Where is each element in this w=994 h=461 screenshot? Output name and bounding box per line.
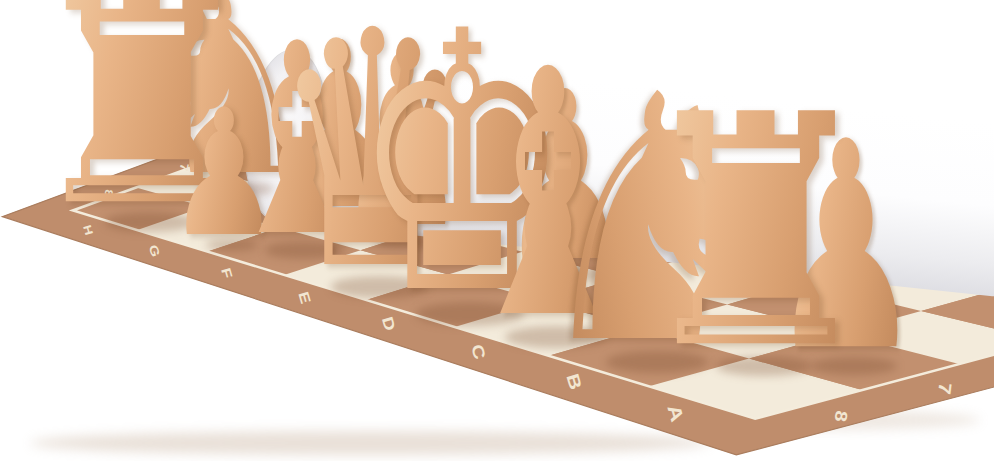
piece-rook-a8: ♜ [630, 73, 882, 392]
piece-layer: ♞♟♟♟♟♜♟♝♛♚♝♞♜ [0, 0, 994, 461]
product-photo-scene: HGFEDCBA8787 ♞♟♟♟♟♜♟♝♛♚♝♞♜ [0, 0, 994, 461]
